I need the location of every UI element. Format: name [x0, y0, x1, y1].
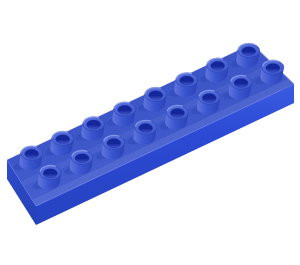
duplo-plate-2x8-blue: [0, 0, 300, 265]
stud-hole: [139, 124, 153, 133]
stud-hole: [75, 154, 89, 163]
product-photo: [0, 0, 300, 265]
stud-hole: [25, 149, 39, 158]
stud-hole: [211, 61, 225, 70]
stud-hole: [43, 169, 57, 178]
stud-hole: [266, 63, 280, 72]
stud-hole: [118, 105, 132, 114]
stud-hole: [56, 135, 70, 144]
stud-hole: [242, 47, 256, 56]
stud-hole: [87, 120, 101, 129]
stud-hole: [149, 91, 163, 100]
stud-hole: [107, 139, 121, 148]
stud-hole: [180, 76, 194, 85]
stud-hole: [234, 78, 248, 87]
stud-hole: [202, 94, 216, 103]
stud-hole: [170, 109, 184, 118]
